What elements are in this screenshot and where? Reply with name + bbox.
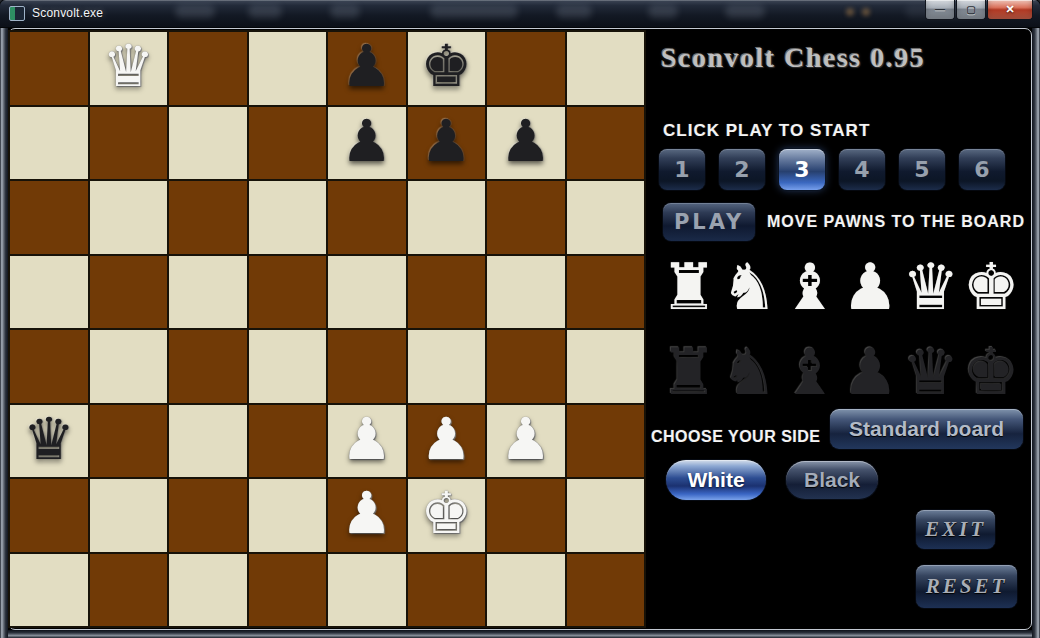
square-e5[interactable] xyxy=(328,256,406,329)
window-frame-left xyxy=(0,28,8,638)
client-area: ♛♟♚♟♟♟♛♟♟♟♟♚ Sconvolt Chess 0.95 CLICK P… xyxy=(8,28,1032,630)
control-panel: Sconvolt Chess 0.95 CLICK PLAY TO START … xyxy=(648,28,1032,630)
square-d8[interactable] xyxy=(249,32,327,105)
square-h6[interactable] xyxy=(567,181,645,254)
square-h5[interactable] xyxy=(567,256,645,329)
square-d6[interactable] xyxy=(249,181,327,254)
white-queen[interactable]: ♛ xyxy=(102,37,154,95)
white-tray-knight[interactable]: ♞ xyxy=(721,255,778,319)
square-a2[interactable] xyxy=(10,479,88,552)
square-f7[interactable]: ♟ xyxy=(408,107,486,180)
square-a3[interactable]: ♛ xyxy=(10,405,88,478)
square-b7[interactable] xyxy=(90,107,168,180)
square-g6[interactable] xyxy=(487,181,565,254)
square-h3[interactable] xyxy=(567,405,645,478)
caption-buttons: — ▢ ✕ xyxy=(924,0,1033,20)
level-button-2[interactable]: 2 xyxy=(719,149,765,190)
square-f2[interactable]: ♚ xyxy=(408,479,486,552)
white-pawn[interactable]: ♟ xyxy=(420,410,472,468)
square-b4[interactable] xyxy=(90,330,168,403)
move-pawns-label: MOVE PAWNS TO THE BOARD xyxy=(767,213,1025,231)
square-g8[interactable] xyxy=(487,32,565,105)
square-d7[interactable] xyxy=(249,107,327,180)
close-button[interactable]: ✕ xyxy=(987,0,1033,20)
square-c3[interactable] xyxy=(169,405,247,478)
square-b1[interactable] xyxy=(90,554,168,627)
white-tray-queen[interactable]: ♛ xyxy=(902,255,959,319)
white-king[interactable]: ♚ xyxy=(420,484,472,542)
play-button[interactable]: PLAY xyxy=(663,203,755,241)
white-pawn[interactable]: ♟ xyxy=(341,410,393,468)
titlebar-reflection xyxy=(430,5,518,18)
play-row: PLAY MOVE PAWNS TO THE BOARD xyxy=(663,203,1025,241)
titlebar: Sconvolt.exe — ▢ ✕ xyxy=(0,0,1040,28)
app-window: Sconvolt.exe — ▢ ✕ ♛♟♚♟♟♟♛♟♟♟♟♚ Sconvolt… xyxy=(0,0,1040,638)
white-tray-bishop[interactable]: ♝ xyxy=(781,255,838,319)
square-d2[interactable] xyxy=(249,479,327,552)
app-title: Sconvolt Chess 0.95 xyxy=(661,42,925,74)
square-f8[interactable]: ♚ xyxy=(408,32,486,105)
square-d1[interactable] xyxy=(249,554,327,627)
square-a5[interactable] xyxy=(10,256,88,329)
titlebar-reflection xyxy=(725,5,765,18)
square-e3[interactable]: ♟ xyxy=(328,405,406,478)
square-c6[interactable] xyxy=(169,181,247,254)
square-a4[interactable] xyxy=(10,330,88,403)
square-c8[interactable] xyxy=(169,32,247,105)
square-c5[interactable] xyxy=(169,256,247,329)
black-side-button[interactable]: Black xyxy=(786,461,878,499)
level-button-6[interactable]: 6 xyxy=(959,149,1005,190)
square-a6[interactable] xyxy=(10,181,88,254)
square-f4[interactable] xyxy=(408,330,486,403)
level-button-5[interactable]: 5 xyxy=(899,149,945,190)
square-b8[interactable]: ♛ xyxy=(90,32,168,105)
black-pawn[interactable]: ♟ xyxy=(420,112,472,170)
window-frame-right xyxy=(1032,28,1040,638)
titlebar-reflection xyxy=(556,5,592,18)
square-e8[interactable]: ♟ xyxy=(328,32,406,105)
black-tray-pawn[interactable]: ♟ xyxy=(842,340,899,404)
maximize-button[interactable]: ▢ xyxy=(956,0,986,20)
black-king[interactable]: ♚ xyxy=(420,37,472,95)
titlebar-reflection xyxy=(648,5,678,18)
close-icon: ✕ xyxy=(1005,3,1014,16)
instruction-label: CLICK PLAY TO START xyxy=(663,121,870,141)
minimize-icon: — xyxy=(935,4,945,15)
square-g3[interactable]: ♟ xyxy=(487,405,565,478)
level-button-4[interactable]: 4 xyxy=(839,149,885,190)
square-c1[interactable] xyxy=(169,554,247,627)
white-tray-pawn[interactable]: ♟ xyxy=(842,255,899,319)
level-button-3[interactable]: 3 xyxy=(779,149,825,190)
square-c4[interactable] xyxy=(169,330,247,403)
app-icon xyxy=(9,6,25,21)
square-a7[interactable] xyxy=(10,107,88,180)
titlebar-reflection xyxy=(248,5,282,18)
exit-button[interactable]: EXIT xyxy=(916,510,995,549)
level-buttons: 123456 xyxy=(659,149,1005,190)
white-pawn[interactable]: ♟ xyxy=(341,484,393,542)
black-pawn[interactable]: ♟ xyxy=(500,112,552,170)
standard-board-button[interactable]: Standard board xyxy=(830,409,1023,449)
black-pawn[interactable]: ♟ xyxy=(341,37,393,95)
white-tray-rook[interactable]: ♜ xyxy=(660,255,717,319)
square-h7[interactable] xyxy=(567,107,645,180)
minimize-button[interactable]: — xyxy=(925,0,955,20)
square-f3[interactable]: ♟ xyxy=(408,405,486,478)
black-tray-king[interactable]: ♚ xyxy=(963,340,1020,404)
square-b5[interactable] xyxy=(90,256,168,329)
square-g4[interactable] xyxy=(487,330,565,403)
square-e1[interactable] xyxy=(328,554,406,627)
square-f6[interactable] xyxy=(408,181,486,254)
choose-side-label: CHOOSE YOUR SIDE xyxy=(651,428,821,446)
black-queen[interactable]: ♛ xyxy=(23,410,75,468)
black-tray: ♜♞♝♟♛♚ xyxy=(654,328,1026,404)
white-tray: ♜♞♝♟♛♚ xyxy=(654,243,1026,319)
square-h1[interactable] xyxy=(567,554,645,627)
white-pawn[interactable]: ♟ xyxy=(500,410,552,468)
square-h2[interactable] xyxy=(567,479,645,552)
square-f1[interactable] xyxy=(408,554,486,627)
square-e2[interactable]: ♟ xyxy=(328,479,406,552)
titlebar-reflection xyxy=(862,8,870,16)
square-h4[interactable] xyxy=(567,330,645,403)
square-g2[interactable] xyxy=(487,479,565,552)
square-h8[interactable] xyxy=(567,32,645,105)
white-tray-king[interactable]: ♚ xyxy=(963,255,1020,319)
square-f5[interactable] xyxy=(408,256,486,329)
maximize-icon: ▢ xyxy=(966,4,975,15)
black-tray-rook[interactable]: ♜ xyxy=(660,340,717,404)
black-tray-knight[interactable]: ♞ xyxy=(721,340,778,404)
square-e4[interactable] xyxy=(328,330,406,403)
square-g7[interactable]: ♟ xyxy=(487,107,565,180)
square-b2[interactable] xyxy=(90,479,168,552)
square-b3[interactable] xyxy=(90,405,168,478)
white-side-button[interactable]: White xyxy=(666,460,766,500)
black-tray-bishop[interactable]: ♝ xyxy=(781,340,838,404)
titlebar-reflection xyxy=(330,5,360,18)
black-tray-queen[interactable]: ♛ xyxy=(902,340,959,404)
square-c2[interactable] xyxy=(169,479,247,552)
titlebar-reflection xyxy=(846,8,854,16)
square-d5[interactable] xyxy=(249,256,327,329)
level-button-1[interactable]: 1 xyxy=(659,149,705,190)
square-e6[interactable] xyxy=(328,181,406,254)
square-b6[interactable] xyxy=(90,181,168,254)
square-d4[interactable] xyxy=(249,330,327,403)
window-frame-bottom xyxy=(0,630,1040,638)
black-pawn[interactable]: ♟ xyxy=(341,112,393,170)
reset-button[interactable]: RESET xyxy=(916,565,1017,608)
titlebar-reflection xyxy=(175,5,215,18)
chess-board: ♛♟♚♟♟♟♛♟♟♟♟♚ xyxy=(8,30,646,628)
window-title: Sconvolt.exe xyxy=(32,6,103,20)
square-g5[interactable] xyxy=(487,256,565,329)
square-d3[interactable] xyxy=(249,405,327,478)
square-c7[interactable] xyxy=(169,107,247,180)
square-a8[interactable] xyxy=(10,32,88,105)
square-a1[interactable] xyxy=(10,554,88,627)
square-g1[interactable] xyxy=(487,554,565,627)
square-e7[interactable]: ♟ xyxy=(328,107,406,180)
